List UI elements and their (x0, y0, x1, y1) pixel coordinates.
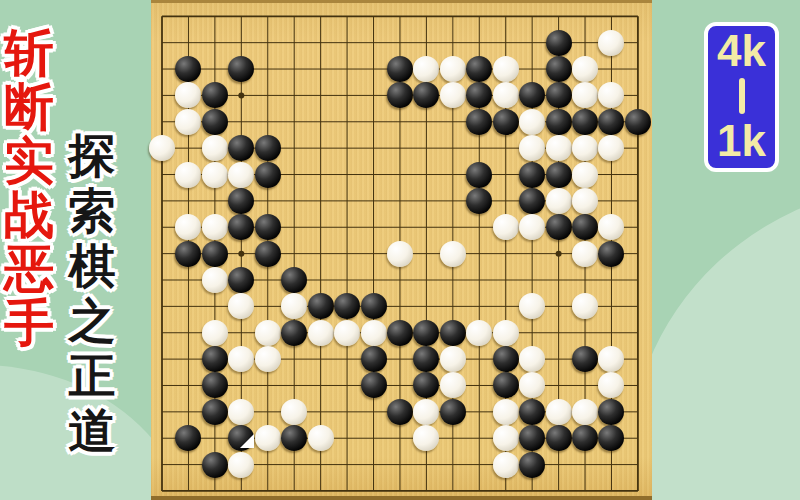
black-stone (440, 399, 466, 425)
white-stone (572, 135, 598, 161)
black-stone (598, 241, 624, 267)
white-stone (228, 399, 254, 425)
white-stone (598, 30, 624, 56)
black-stone (625, 109, 651, 135)
black-stone (175, 241, 201, 267)
black-stone (519, 188, 545, 214)
white-stone (255, 346, 281, 372)
black-stone (546, 30, 572, 56)
black-stone (546, 425, 572, 451)
white-stone (546, 135, 572, 161)
black-stone (466, 162, 492, 188)
black-stone (202, 241, 228, 267)
black-stone (387, 399, 413, 425)
white-stone (572, 162, 598, 188)
white-stone (493, 82, 519, 108)
white-stone (493, 320, 519, 346)
white-stone (255, 425, 281, 451)
title-character: 断 (4, 80, 54, 134)
black-stone (546, 214, 572, 240)
white-stone (493, 425, 519, 451)
last-move-triangle-marker (240, 434, 254, 448)
white-stone (493, 399, 519, 425)
star-point (238, 92, 244, 98)
white-stone (493, 214, 519, 240)
rank-badge-separator-bar (739, 78, 745, 114)
white-stone (440, 346, 466, 372)
title-character: 斩 (4, 26, 54, 80)
black-stone (202, 452, 228, 478)
star-point (238, 251, 244, 257)
left-title-vertical: 斩断实战恶手 (0, 26, 58, 350)
white-stone (202, 162, 228, 188)
black-stone (255, 241, 281, 267)
white-stone (149, 135, 175, 161)
white-stone (387, 241, 413, 267)
thumbnail-canvas: 斩断实战恶手 探索棋之正道 4k 1k (0, 0, 800, 500)
title-character: 道 (69, 403, 116, 458)
black-stone (361, 293, 387, 319)
white-stone (228, 452, 254, 478)
black-stone (493, 346, 519, 372)
white-stone (175, 162, 201, 188)
black-stone (308, 293, 334, 319)
black-stone (255, 214, 281, 240)
title-character: 棋 (69, 238, 116, 293)
white-stone (572, 241, 598, 267)
white-stone (308, 425, 334, 451)
white-stone (440, 56, 466, 82)
white-stone (308, 320, 334, 346)
white-stone (493, 452, 519, 478)
white-stone (255, 320, 281, 346)
black-stone (413, 320, 439, 346)
title-character: 索 (69, 183, 116, 238)
black-stone (546, 109, 572, 135)
black-stone (572, 109, 598, 135)
black-stone (546, 162, 572, 188)
black-stone (202, 346, 228, 372)
black-stone (202, 109, 228, 135)
white-stone (334, 320, 360, 346)
black-stone (466, 109, 492, 135)
black-stone (361, 346, 387, 372)
white-stone (572, 56, 598, 82)
title-character: 探 (69, 128, 116, 183)
white-stone (202, 214, 228, 240)
black-stone (255, 135, 281, 161)
black-stone (493, 109, 519, 135)
black-stone (440, 320, 466, 346)
go-board (151, 0, 652, 500)
black-stone (519, 162, 545, 188)
white-stone (228, 162, 254, 188)
white-stone (202, 267, 228, 293)
title-character: 战 (4, 188, 54, 242)
black-stone (281, 320, 307, 346)
black-stone (572, 346, 598, 372)
black-stone (519, 452, 545, 478)
white-stone (546, 399, 572, 425)
rank-badge-top: 4k (717, 28, 766, 74)
white-stone (440, 241, 466, 267)
white-stone (546, 188, 572, 214)
black-stone (546, 56, 572, 82)
white-stone (572, 188, 598, 214)
rank-badge-bottom: 1k (717, 118, 766, 164)
title-character: 实 (4, 134, 54, 188)
white-stone (281, 399, 307, 425)
black-stone (546, 82, 572, 108)
white-stone (493, 56, 519, 82)
black-stone (387, 56, 413, 82)
rank-badge: 4k 1k (704, 22, 779, 172)
black-stone (466, 188, 492, 214)
white-stone (519, 109, 545, 135)
black-stone (255, 162, 281, 188)
title-character: 之 (69, 293, 116, 348)
star-point (556, 251, 562, 257)
white-stone (572, 399, 598, 425)
black-stone (202, 399, 228, 425)
black-stone (387, 320, 413, 346)
sub-title-vertical: 探索棋之正道 (60, 128, 124, 458)
title-character: 恶 (4, 242, 54, 296)
black-stone (228, 188, 254, 214)
white-stone (202, 135, 228, 161)
title-character: 正 (69, 348, 116, 403)
black-stone (361, 372, 387, 398)
title-character: 手 (4, 296, 54, 350)
white-stone (202, 320, 228, 346)
white-stone (361, 320, 387, 346)
white-stone (466, 320, 492, 346)
black-stone (281, 267, 307, 293)
black-stone (519, 399, 545, 425)
